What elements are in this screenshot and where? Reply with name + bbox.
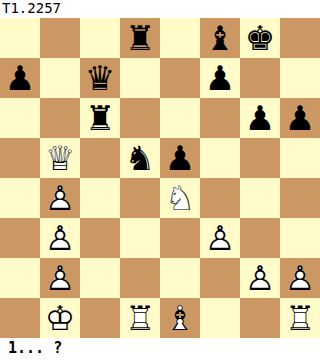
square-c1[interactable] (80, 298, 120, 338)
square-g3[interactable] (240, 218, 280, 258)
piece-black-king-g8[interactable]: ♚ (240, 18, 280, 58)
piece-outline-glyph: ♖ (120, 298, 160, 338)
piece-black-queen-c7[interactable]: ♛ (80, 58, 120, 98)
square-h1[interactable]: ♜♖ (280, 298, 320, 338)
piece-white-pawn-f3[interactable]: ♟♙ (200, 218, 240, 258)
piece-outline-glyph: ♖ (280, 298, 320, 338)
piece-outline-glyph: ♔ (40, 298, 80, 338)
square-c7[interactable]: ♛ (80, 58, 120, 98)
piece-outline-glyph: ♗ (160, 298, 200, 338)
square-f8[interactable]: ♝ (200, 18, 240, 58)
piece-black-pawn-a7[interactable]: ♟ (0, 58, 40, 98)
square-h6[interactable]: ♟ (280, 98, 320, 138)
square-f5[interactable] (200, 138, 240, 178)
piece-glyph: ♟ (240, 98, 280, 138)
square-g7[interactable] (240, 58, 280, 98)
puzzle-id: T1.2257 (0, 0, 320, 18)
square-a2[interactable] (0, 258, 40, 298)
piece-black-pawn-f7[interactable]: ♟ (200, 58, 240, 98)
piece-black-rook-d8[interactable]: ♜ (120, 18, 160, 58)
piece-glyph: ♜ (80, 98, 120, 138)
piece-outline-glyph: ♙ (40, 218, 80, 258)
chess-board: ♜♝♚♟♛♟♜♟♟♛♕♞♟♟♙♞♘♟♙♟♙♟♙♟♙♟♙♚♔♜♖♝♗♜♖ (0, 18, 320, 338)
piece-black-pawn-g6[interactable]: ♟ (240, 98, 280, 138)
square-g6[interactable]: ♟ (240, 98, 280, 138)
square-b6[interactable] (40, 98, 80, 138)
square-c6[interactable]: ♜ (80, 98, 120, 138)
square-f3[interactable]: ♟♙ (200, 218, 240, 258)
piece-white-pawn-g2[interactable]: ♟♙ (240, 258, 280, 298)
piece-outline-glyph: ♙ (40, 178, 80, 218)
piece-outline-glyph: ♙ (280, 258, 320, 298)
square-d6[interactable] (120, 98, 160, 138)
piece-glyph: ♟ (160, 138, 200, 178)
square-b5[interactable]: ♛♕ (40, 138, 80, 178)
piece-white-pawn-b4[interactable]: ♟♙ (40, 178, 80, 218)
square-e1[interactable]: ♝♗ (160, 298, 200, 338)
piece-white-knight-e4[interactable]: ♞♘ (160, 178, 200, 218)
piece-white-rook-d1[interactable]: ♜♖ (120, 298, 160, 338)
square-e5[interactable]: ♟ (160, 138, 200, 178)
square-c3[interactable] (80, 218, 120, 258)
square-a8[interactable] (0, 18, 40, 58)
piece-glyph: ♟ (0, 58, 40, 98)
piece-white-pawn-b2[interactable]: ♟♙ (40, 258, 80, 298)
square-c2[interactable] (80, 258, 120, 298)
square-b1[interactable]: ♚♔ (40, 298, 80, 338)
square-d1[interactable]: ♜♖ (120, 298, 160, 338)
piece-outline-glyph: ♙ (240, 258, 280, 298)
square-e3[interactable] (160, 218, 200, 258)
square-a5[interactable] (0, 138, 40, 178)
square-f2[interactable] (200, 258, 240, 298)
square-e4[interactable]: ♞♘ (160, 178, 200, 218)
piece-white-pawn-b3[interactable]: ♟♙ (40, 218, 80, 258)
square-a7[interactable]: ♟ (0, 58, 40, 98)
square-f1[interactable] (200, 298, 240, 338)
square-h7[interactable] (280, 58, 320, 98)
piece-outline-glyph: ♙ (40, 258, 80, 298)
piece-black-rook-c6[interactable]: ♜ (80, 98, 120, 138)
square-a3[interactable] (0, 218, 40, 258)
square-h8[interactable] (280, 18, 320, 58)
square-h5[interactable] (280, 138, 320, 178)
piece-glyph: ♜ (120, 18, 160, 58)
piece-white-bishop-e1[interactable]: ♝♗ (160, 298, 200, 338)
square-g5[interactable] (240, 138, 280, 178)
square-c8[interactable] (80, 18, 120, 58)
square-b8[interactable] (40, 18, 80, 58)
square-b7[interactable] (40, 58, 80, 98)
square-h2[interactable]: ♟♙ (280, 258, 320, 298)
square-h3[interactable] (280, 218, 320, 258)
square-h4[interactable] (280, 178, 320, 218)
square-a1[interactable] (0, 298, 40, 338)
move-prompt: 1... ? (0, 338, 320, 360)
square-d7[interactable] (120, 58, 160, 98)
square-c4[interactable] (80, 178, 120, 218)
piece-glyph: ♚ (240, 18, 280, 58)
square-b2[interactable]: ♟♙ (40, 258, 80, 298)
square-c5[interactable] (80, 138, 120, 178)
square-f6[interactable] (200, 98, 240, 138)
piece-glyph: ♛ (80, 58, 120, 98)
square-d5[interactable]: ♞ (120, 138, 160, 178)
square-e7[interactable] (160, 58, 200, 98)
square-b3[interactable]: ♟♙ (40, 218, 80, 258)
square-g4[interactable] (240, 178, 280, 218)
piece-black-knight-d5[interactable]: ♞ (120, 138, 160, 178)
square-e2[interactable] (160, 258, 200, 298)
piece-white-rook-h1[interactable]: ♜♖ (280, 298, 320, 338)
piece-glyph: ♟ (200, 58, 240, 98)
piece-black-pawn-h6[interactable]: ♟ (280, 98, 320, 138)
piece-black-pawn-e5[interactable]: ♟ (160, 138, 200, 178)
square-a6[interactable] (0, 98, 40, 138)
square-g8[interactable]: ♚ (240, 18, 280, 58)
square-d4[interactable] (120, 178, 160, 218)
piece-outline-glyph: ♘ (160, 178, 200, 218)
piece-outline-glyph: ♕ (40, 138, 80, 178)
piece-white-queen-b5[interactable]: ♛♕ (40, 138, 80, 178)
square-f7[interactable]: ♟ (200, 58, 240, 98)
square-e6[interactable] (160, 98, 200, 138)
square-d2[interactable] (120, 258, 160, 298)
piece-glyph: ♞ (120, 138, 160, 178)
square-e8[interactable] (160, 18, 200, 58)
piece-white-pawn-h2[interactable]: ♟♙ (280, 258, 320, 298)
piece-outline-glyph: ♙ (200, 218, 240, 258)
square-g1[interactable] (240, 298, 280, 338)
square-b4[interactable]: ♟♙ (40, 178, 80, 218)
piece-glyph: ♝ (200, 18, 240, 58)
square-a4[interactable] (0, 178, 40, 218)
piece-white-king-b1[interactable]: ♚♔ (40, 298, 80, 338)
piece-glyph: ♟ (280, 98, 320, 138)
piece-black-bishop-f8[interactable]: ♝ (200, 18, 240, 58)
square-f4[interactable] (200, 178, 240, 218)
square-d3[interactable] (120, 218, 160, 258)
square-d8[interactable]: ♜ (120, 18, 160, 58)
square-g2[interactable]: ♟♙ (240, 258, 280, 298)
